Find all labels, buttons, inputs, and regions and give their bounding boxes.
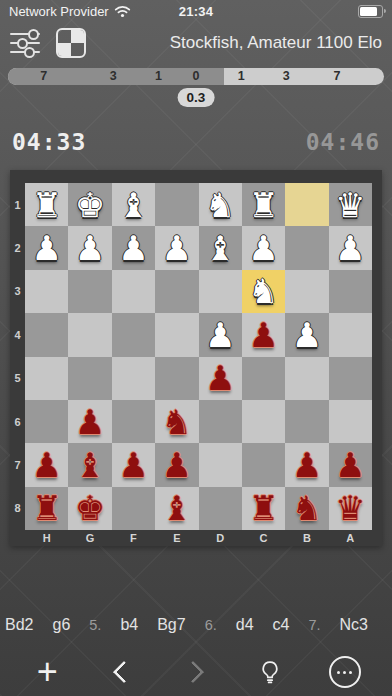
move-list[interactable]: c54.Bd2g65.b4Bg76.d4c47.Nc3 <box>0 612 392 638</box>
square-a8[interactable]: ♛ <box>329 487 372 530</box>
square-b8[interactable]: ♞ <box>285 487 328 530</box>
rank-label-7: 7 <box>10 443 25 486</box>
square-g2[interactable]: ♟ <box>68 226 111 269</box>
piece-white-bishop[interactable]: ♝ <box>205 231 235 265</box>
square-e5[interactable] <box>155 357 198 400</box>
piece-red-queen[interactable]: ♛ <box>335 491 365 525</box>
move-san[interactable]: Nc3 <box>340 612 368 638</box>
game-clocks: 04:33 04:46 <box>12 129 380 155</box>
more-options-button[interactable] <box>323 650 367 694</box>
piece-white-pawn[interactable]: ♟ <box>75 231 105 265</box>
piece-white-rook[interactable]: ♜ <box>248 188 278 222</box>
square-e1[interactable] <box>155 183 198 226</box>
square-f3[interactable] <box>112 270 155 313</box>
file-label-e: E <box>155 530 198 546</box>
eval-tick-label: 3 <box>110 68 117 85</box>
square-e6[interactable]: ♞ <box>155 400 198 443</box>
chevron-right-icon <box>182 661 205 684</box>
app-screen: Network Provider 21:34 Stockfish, Amateu… <box>0 0 392 696</box>
piece-red-pawn[interactable]: ♟ <box>205 361 235 395</box>
square-d1[interactable]: ♞ <box>199 183 242 226</box>
piece-red-bishop[interactable]: ♝ <box>162 491 192 525</box>
file-label-b: B <box>285 530 328 546</box>
square-h7[interactable]: ♟ <box>25 443 68 486</box>
square-b3[interactable] <box>285 270 328 313</box>
piece-white-pawn[interactable]: ♟ <box>31 231 61 265</box>
piece-white-pawn[interactable]: ♟ <box>248 231 278 265</box>
square-g6[interactable]: ♟ <box>68 400 111 443</box>
rank-label-2: 2 <box>10 226 25 269</box>
square-h2[interactable]: ♟ <box>25 226 68 269</box>
square-f5[interactable] <box>112 357 155 400</box>
piece-white-pawn[interactable]: ♟ <box>335 231 365 265</box>
piece-red-rook[interactable]: ♜ <box>31 491 61 525</box>
board-theme-icon[interactable] <box>56 28 86 58</box>
move-san[interactable]: g6 <box>53 612 71 638</box>
file-labels: HGFEDCBA <box>25 530 372 546</box>
settings-sliders-icon[interactable] <box>10 29 40 57</box>
file-label-g: G <box>68 530 111 546</box>
square-e7[interactable]: ♟ <box>155 443 198 486</box>
player-clock-left: 04:33 <box>12 129 86 155</box>
eval-tick-label: 0 <box>193 68 200 85</box>
piece-red-pawn[interactable]: ♟ <box>292 448 322 482</box>
square-e8[interactable]: ♝ <box>155 487 198 530</box>
piece-red-bishop[interactable]: ♝ <box>75 448 105 482</box>
square-e2[interactable]: ♟ <box>155 226 198 269</box>
piece-red-knight[interactable]: ♞ <box>162 405 192 439</box>
square-e4[interactable] <box>155 313 198 356</box>
move-number: 7. <box>308 612 320 638</box>
square-g8[interactable]: ♚ <box>68 487 111 530</box>
square-c4[interactable]: ♟ <box>242 313 285 356</box>
piece-red-knight[interactable]: ♞ <box>292 491 322 525</box>
file-label-c: C <box>242 530 285 546</box>
square-c6[interactable] <box>242 400 285 443</box>
square-d8[interactable] <box>199 487 242 530</box>
square-h6[interactable] <box>25 400 68 443</box>
chevron-left-icon <box>113 661 136 684</box>
square-a7[interactable]: ♟ <box>329 443 372 486</box>
move-san[interactable]: Bg7 <box>157 612 185 638</box>
square-d2[interactable]: ♝ <box>199 226 242 269</box>
rank-label-8: 8 <box>10 487 25 530</box>
hint-button[interactable] <box>248 650 292 694</box>
rank-label-1: 1 <box>10 183 25 226</box>
square-a6[interactable] <box>329 400 372 443</box>
move-san[interactable]: b4 <box>120 612 138 638</box>
rank-label-6: 6 <box>10 400 25 443</box>
piece-red-pawn[interactable]: ♟ <box>335 448 365 482</box>
square-h4[interactable] <box>25 313 68 356</box>
piece-white-queen[interactable]: ♛ <box>335 188 365 222</box>
status-bar: Network Provider 21:34 <box>0 0 392 22</box>
piece-red-pawn[interactable]: ♟ <box>75 405 105 439</box>
ellipsis-circle-icon <box>329 656 361 688</box>
piece-red-pawn[interactable]: ♟ <box>118 448 148 482</box>
piece-red-pawn[interactable]: ♟ <box>248 318 278 352</box>
rank-label-5: 5 <box>10 357 25 400</box>
piece-white-pawn[interactable]: ♟ <box>118 231 148 265</box>
square-a5[interactable] <box>329 357 372 400</box>
chess-board: 12345678 ♜♚♝♞♜♛♟♟♟♟♝♟♟♞♟♟♟♟♟♞♟♝♟♟♟♟♜♚♝♜♞… <box>10 170 382 546</box>
move-san[interactable]: Bd2 <box>5 612 33 638</box>
file-label-h: H <box>25 530 68 546</box>
square-b6[interactable] <box>285 400 328 443</box>
new-game-button[interactable]: + <box>25 650 69 694</box>
square-e3[interactable] <box>155 270 198 313</box>
plus-icon: + <box>37 654 58 690</box>
square-b1[interactable] <box>285 183 328 226</box>
piece-red-pawn[interactable]: ♟ <box>31 448 61 482</box>
square-f2[interactable]: ♟ <box>112 226 155 269</box>
piece-white-rook[interactable]: ♜ <box>31 188 61 222</box>
rank-labels: 12345678 <box>10 183 25 530</box>
move-number: 6. <box>205 612 217 638</box>
square-g4[interactable] <box>68 313 111 356</box>
square-h8[interactable]: ♜ <box>25 487 68 530</box>
move-san[interactable]: c4 <box>273 612 290 638</box>
square-f6[interactable] <box>112 400 155 443</box>
rank-label-4: 4 <box>10 313 25 356</box>
square-a1[interactable]: ♛ <box>329 183 372 226</box>
piece-white-knight[interactable]: ♞ <box>205 188 235 222</box>
move-san[interactable]: d4 <box>236 612 254 638</box>
square-b7[interactable]: ♟ <box>285 443 328 486</box>
square-f4[interactable] <box>112 313 155 356</box>
eval-score-badge: 0.3 <box>178 88 215 107</box>
square-f1[interactable]: ♝ <box>112 183 155 226</box>
square-a2[interactable]: ♟ <box>329 226 372 269</box>
eval-bar[interactable]: 7310137 <box>8 68 384 85</box>
eval-tick-label: 7 <box>334 68 341 85</box>
square-g7[interactable]: ♝ <box>68 443 111 486</box>
piece-white-knight[interactable]: ♞ <box>248 274 278 308</box>
lightbulb-icon <box>257 659 283 685</box>
square-d6[interactable] <box>199 400 242 443</box>
bottom-toolbar: + <box>0 648 392 696</box>
top-toolbar: Stockfish, Amateur 1100 Elo <box>0 22 392 64</box>
square-a4[interactable] <box>329 313 372 356</box>
piece-red-pawn[interactable]: ♟ <box>162 448 192 482</box>
eval-tick-label: 3 <box>283 68 290 85</box>
piece-white-bishop[interactable]: ♝ <box>118 188 148 222</box>
piece-white-king[interactable]: ♚ <box>75 188 105 222</box>
square-g3[interactable] <box>68 270 111 313</box>
eval-tick-label: 1 <box>155 68 162 85</box>
file-label-f: F <box>112 530 155 546</box>
square-c1[interactable]: ♜ <box>242 183 285 226</box>
move-number: 5. <box>89 612 101 638</box>
square-d7[interactable] <box>199 443 242 486</box>
battery-icon <box>358 5 383 18</box>
square-c8[interactable]: ♜ <box>242 487 285 530</box>
board-squares: ♜♚♝♞♜♛♟♟♟♟♝♟♟♞♟♟♟♟♟♞♟♝♟♟♟♟♜♚♝♜♞♛ <box>25 183 372 530</box>
file-label-a: A <box>329 530 372 546</box>
file-label-d: D <box>199 530 242 546</box>
piece-white-pawn[interactable]: ♟ <box>292 318 322 352</box>
square-h3[interactable] <box>25 270 68 313</box>
square-d3[interactable] <box>199 270 242 313</box>
square-h1[interactable]: ♜ <box>25 183 68 226</box>
opponent-title: Stockfish, Amateur 1100 Elo <box>170 33 382 53</box>
square-c7[interactable] <box>242 443 285 486</box>
piece-white-pawn[interactable]: ♟ <box>205 318 235 352</box>
square-b5[interactable] <box>285 357 328 400</box>
piece-red-king[interactable]: ♚ <box>75 491 105 525</box>
square-c3[interactable]: ♞ <box>242 270 285 313</box>
square-g1[interactable]: ♚ <box>68 183 111 226</box>
piece-white-pawn[interactable]: ♟ <box>162 231 192 265</box>
square-h5[interactable] <box>25 357 68 400</box>
square-a3[interactable] <box>329 270 372 313</box>
clock-time: 21:34 <box>0 4 392 19</box>
player-clock-right: 04:46 <box>306 129 380 155</box>
square-b4[interactable]: ♟ <box>285 313 328 356</box>
square-f8[interactable] <box>112 487 155 530</box>
square-f7[interactable]: ♟ <box>112 443 155 486</box>
square-b2[interactable] <box>285 226 328 269</box>
square-d4[interactable]: ♟ <box>199 313 242 356</box>
back-move-button[interactable] <box>100 650 144 694</box>
eval-tick-label: 1 <box>238 68 245 85</box>
square-g5[interactable] <box>68 357 111 400</box>
eval-tick-label: 7 <box>40 68 47 85</box>
square-c5[interactable] <box>242 357 285 400</box>
square-c2[interactable]: ♟ <box>242 226 285 269</box>
forward-move-button[interactable] <box>174 650 218 694</box>
square-d5[interactable]: ♟ <box>199 357 242 400</box>
rank-label-3: 3 <box>10 270 25 313</box>
piece-red-rook[interactable]: ♜ <box>248 491 278 525</box>
